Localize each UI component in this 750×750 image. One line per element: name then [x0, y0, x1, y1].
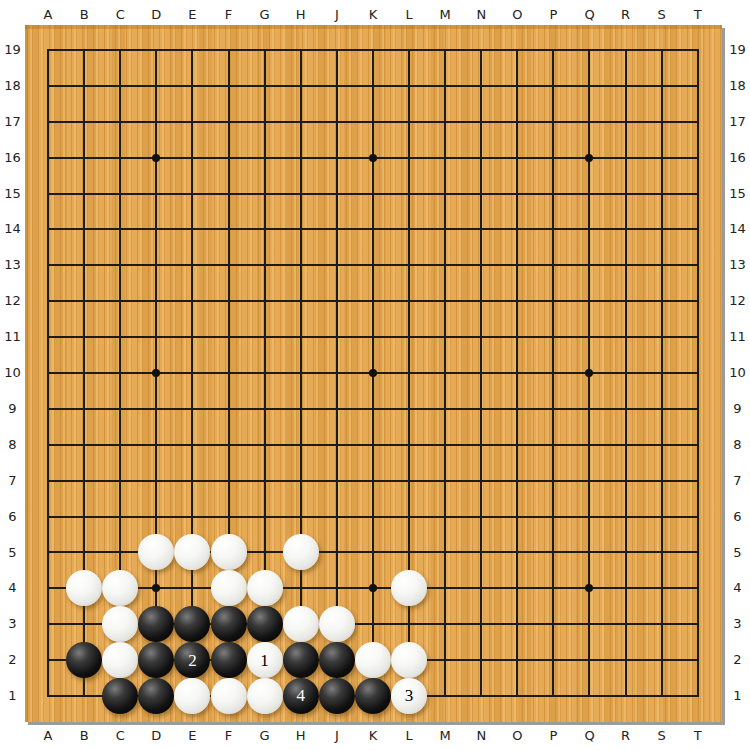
intersection-M13[interactable] [427, 247, 463, 283]
intersection-P12[interactable] [535, 283, 571, 319]
intersection-T18[interactable] [680, 68, 716, 104]
intersection-N10[interactable] [463, 355, 499, 391]
intersection-L4[interactable] [391, 570, 427, 606]
intersection-R14[interactable] [608, 211, 644, 247]
intersection-M15[interactable] [427, 176, 463, 212]
intersection-N1[interactable] [463, 678, 499, 714]
intersection-Q2[interactable] [571, 642, 607, 678]
intersection-P18[interactable] [535, 68, 571, 104]
intersection-M17[interactable] [427, 104, 463, 140]
intersection-C16[interactable] [102, 140, 138, 176]
intersection-G15[interactable] [247, 176, 283, 212]
intersection-A2[interactable] [30, 642, 66, 678]
intersection-K19[interactable] [355, 32, 391, 68]
intersection-R12[interactable] [608, 283, 644, 319]
intersection-C13[interactable] [102, 247, 138, 283]
intersection-L8[interactable] [391, 427, 427, 463]
intersection-D19[interactable] [138, 32, 174, 68]
intersection-T17[interactable] [680, 104, 716, 140]
intersection-Q6[interactable] [571, 499, 607, 535]
intersection-A12[interactable] [30, 283, 66, 319]
intersection-D16[interactable] [138, 140, 174, 176]
intersection-N19[interactable] [463, 32, 499, 68]
intersection-O8[interactable] [499, 427, 535, 463]
intersection-N18[interactable] [463, 68, 499, 104]
intersection-D9[interactable] [138, 391, 174, 427]
intersection-D2[interactable] [138, 642, 174, 678]
intersection-S5[interactable] [644, 534, 680, 570]
intersection-C18[interactable] [102, 68, 138, 104]
intersection-T9[interactable] [680, 391, 716, 427]
intersection-A9[interactable] [30, 391, 66, 427]
intersection-F3[interactable] [210, 606, 246, 642]
intersection-K11[interactable] [355, 319, 391, 355]
intersection-N15[interactable] [463, 176, 499, 212]
intersection-M4[interactable] [427, 570, 463, 606]
intersection-K17[interactable] [355, 104, 391, 140]
intersection-L15[interactable] [391, 176, 427, 212]
intersection-D13[interactable] [138, 247, 174, 283]
intersection-E12[interactable] [174, 283, 210, 319]
intersection-D17[interactable] [138, 104, 174, 140]
intersection-R9[interactable] [608, 391, 644, 427]
intersection-P19[interactable] [535, 32, 571, 68]
intersection-S10[interactable] [644, 355, 680, 391]
intersection-H7[interactable] [283, 463, 319, 499]
intersection-D4[interactable] [138, 570, 174, 606]
intersection-A5[interactable] [30, 534, 66, 570]
intersection-Q12[interactable] [571, 283, 607, 319]
intersection-F19[interactable] [210, 32, 246, 68]
intersection-F10[interactable] [210, 355, 246, 391]
intersection-L3[interactable] [391, 606, 427, 642]
intersection-K6[interactable] [355, 499, 391, 535]
intersection-K3[interactable] [355, 606, 391, 642]
intersection-C15[interactable] [102, 176, 138, 212]
intersection-T2[interactable] [680, 642, 716, 678]
intersection-H14[interactable] [283, 211, 319, 247]
intersection-P4[interactable] [535, 570, 571, 606]
intersection-N16[interactable] [463, 140, 499, 176]
intersection-S11[interactable] [644, 319, 680, 355]
intersection-O5[interactable] [499, 534, 535, 570]
intersection-P1[interactable] [535, 678, 571, 714]
intersection-K10[interactable] [355, 355, 391, 391]
intersection-Q15[interactable] [571, 176, 607, 212]
intersection-B9[interactable] [66, 391, 102, 427]
intersection-D15[interactable] [138, 176, 174, 212]
intersection-S17[interactable] [644, 104, 680, 140]
intersection-R13[interactable] [608, 247, 644, 283]
intersection-D11[interactable] [138, 319, 174, 355]
intersection-R4[interactable] [608, 570, 644, 606]
intersection-E14[interactable] [174, 211, 210, 247]
intersection-C1[interactable] [102, 678, 138, 714]
intersection-D10[interactable] [138, 355, 174, 391]
intersection-C7[interactable] [102, 463, 138, 499]
intersection-C12[interactable] [102, 283, 138, 319]
intersection-O17[interactable] [499, 104, 535, 140]
intersection-S3[interactable] [644, 606, 680, 642]
intersection-P10[interactable] [535, 355, 571, 391]
intersection-E17[interactable] [174, 104, 210, 140]
intersection-G14[interactable] [247, 211, 283, 247]
intersection-J8[interactable] [319, 427, 355, 463]
intersection-H17[interactable] [283, 104, 319, 140]
intersection-L16[interactable] [391, 140, 427, 176]
intersection-S18[interactable] [644, 68, 680, 104]
intersection-N5[interactable] [463, 534, 499, 570]
intersection-K18[interactable] [355, 68, 391, 104]
intersection-G4[interactable] [247, 570, 283, 606]
intersection-G3[interactable] [247, 606, 283, 642]
intersection-B6[interactable] [66, 499, 102, 535]
intersection-B8[interactable] [66, 427, 102, 463]
intersection-J17[interactable] [319, 104, 355, 140]
intersection-K2[interactable] [355, 642, 391, 678]
intersection-P8[interactable] [535, 427, 571, 463]
intersection-H9[interactable] [283, 391, 319, 427]
intersection-N4[interactable] [463, 570, 499, 606]
intersection-K15[interactable] [355, 176, 391, 212]
intersection-K8[interactable] [355, 427, 391, 463]
intersection-G13[interactable] [247, 247, 283, 283]
intersection-Q8[interactable] [571, 427, 607, 463]
intersection-P16[interactable] [535, 140, 571, 176]
intersection-L13[interactable] [391, 247, 427, 283]
intersection-G18[interactable] [247, 68, 283, 104]
intersection-A10[interactable] [30, 355, 66, 391]
intersection-G1[interactable] [247, 678, 283, 714]
intersection-H5[interactable] [283, 534, 319, 570]
intersection-O2[interactable] [499, 642, 535, 678]
intersection-O15[interactable] [499, 176, 535, 212]
intersection-K13[interactable] [355, 247, 391, 283]
intersection-T13[interactable] [680, 247, 716, 283]
intersection-M10[interactable] [427, 355, 463, 391]
intersection-T14[interactable] [680, 211, 716, 247]
intersection-T19[interactable] [680, 32, 716, 68]
intersection-R7[interactable] [608, 463, 644, 499]
intersection-G19[interactable] [247, 32, 283, 68]
intersection-B5[interactable] [66, 534, 102, 570]
intersection-E11[interactable] [174, 319, 210, 355]
intersection-R8[interactable] [608, 427, 644, 463]
intersection-H19[interactable] [283, 32, 319, 68]
intersection-J10[interactable] [319, 355, 355, 391]
intersection-S1[interactable] [644, 678, 680, 714]
intersection-P17[interactable] [535, 104, 571, 140]
intersection-N13[interactable] [463, 247, 499, 283]
intersection-O1[interactable] [499, 678, 535, 714]
intersection-J7[interactable] [319, 463, 355, 499]
intersection-R5[interactable] [608, 534, 644, 570]
intersection-T15[interactable] [680, 176, 716, 212]
intersection-S2[interactable] [644, 642, 680, 678]
intersection-J14[interactable] [319, 211, 355, 247]
intersection-D14[interactable] [138, 211, 174, 247]
intersection-Q14[interactable] [571, 211, 607, 247]
intersection-D3[interactable] [138, 606, 174, 642]
intersection-P3[interactable] [535, 606, 571, 642]
intersection-J2[interactable] [319, 642, 355, 678]
intersection-T12[interactable] [680, 283, 716, 319]
intersection-O14[interactable] [499, 211, 535, 247]
intersection-A16[interactable] [30, 140, 66, 176]
intersection-E3[interactable] [174, 606, 210, 642]
intersection-N6[interactable] [463, 499, 499, 535]
intersection-N9[interactable] [463, 391, 499, 427]
intersection-D5[interactable] [138, 534, 174, 570]
intersection-N8[interactable] [463, 427, 499, 463]
intersection-R11[interactable] [608, 319, 644, 355]
intersection-B17[interactable] [66, 104, 102, 140]
intersection-O6[interactable] [499, 499, 535, 535]
intersection-Q1[interactable] [571, 678, 607, 714]
intersection-H8[interactable] [283, 427, 319, 463]
intersection-E15[interactable] [174, 176, 210, 212]
intersection-P9[interactable] [535, 391, 571, 427]
intersection-F14[interactable] [210, 211, 246, 247]
intersection-R15[interactable] [608, 176, 644, 212]
intersection-F1[interactable] [210, 678, 246, 714]
intersection-Q16[interactable] [571, 140, 607, 176]
intersection-B2[interactable] [66, 642, 102, 678]
intersection-F8[interactable] [210, 427, 246, 463]
intersection-T16[interactable] [680, 140, 716, 176]
intersection-S14[interactable] [644, 211, 680, 247]
intersection-L18[interactable] [391, 68, 427, 104]
intersection-P13[interactable] [535, 247, 571, 283]
intersection-O13[interactable] [499, 247, 535, 283]
intersection-P11[interactable] [535, 319, 571, 355]
intersection-T6[interactable] [680, 499, 716, 535]
intersection-O3[interactable] [499, 606, 535, 642]
intersection-C19[interactable] [102, 32, 138, 68]
intersection-K1[interactable] [355, 678, 391, 714]
intersection-R19[interactable] [608, 32, 644, 68]
intersection-R1[interactable] [608, 678, 644, 714]
intersection-J19[interactable] [319, 32, 355, 68]
intersection-T1[interactable] [680, 678, 716, 714]
intersection-T7[interactable] [680, 463, 716, 499]
intersection-G5[interactable] [247, 534, 283, 570]
intersection-G11[interactable] [247, 319, 283, 355]
intersection-P2[interactable] [535, 642, 571, 678]
intersection-F11[interactable] [210, 319, 246, 355]
intersection-D1[interactable] [138, 678, 174, 714]
intersection-H16[interactable] [283, 140, 319, 176]
intersection-Q4[interactable] [571, 570, 607, 606]
intersection-R6[interactable] [608, 499, 644, 535]
intersection-N7[interactable] [463, 463, 499, 499]
intersection-L5[interactable] [391, 534, 427, 570]
intersection-M2[interactable] [427, 642, 463, 678]
intersection-S6[interactable] [644, 499, 680, 535]
intersection-L9[interactable] [391, 391, 427, 427]
intersection-F18[interactable] [210, 68, 246, 104]
intersection-M9[interactable] [427, 391, 463, 427]
intersection-S4[interactable] [644, 570, 680, 606]
intersection-H3[interactable] [283, 606, 319, 642]
intersection-K16[interactable] [355, 140, 391, 176]
intersection-E8[interactable] [174, 427, 210, 463]
intersection-S19[interactable] [644, 32, 680, 68]
intersection-O19[interactable] [499, 32, 535, 68]
intersection-L14[interactable] [391, 211, 427, 247]
intersection-S15[interactable] [644, 176, 680, 212]
intersection-G10[interactable] [247, 355, 283, 391]
intersection-G8[interactable] [247, 427, 283, 463]
intersection-Q17[interactable] [571, 104, 607, 140]
intersection-E4[interactable] [174, 570, 210, 606]
intersection-B12[interactable] [66, 283, 102, 319]
intersection-F15[interactable] [210, 176, 246, 212]
intersection-R17[interactable] [608, 104, 644, 140]
intersection-A11[interactable] [30, 319, 66, 355]
intersection-Q19[interactable] [571, 32, 607, 68]
intersection-D7[interactable] [138, 463, 174, 499]
intersection-G16[interactable] [247, 140, 283, 176]
intersection-K5[interactable] [355, 534, 391, 570]
intersection-H18[interactable] [283, 68, 319, 104]
intersection-Q5[interactable] [571, 534, 607, 570]
intersection-B7[interactable] [66, 463, 102, 499]
intersection-S7[interactable] [644, 463, 680, 499]
intersection-E16[interactable] [174, 140, 210, 176]
intersection-L7[interactable] [391, 463, 427, 499]
intersection-B19[interactable] [66, 32, 102, 68]
intersection-N3[interactable] [463, 606, 499, 642]
intersection-C11[interactable] [102, 319, 138, 355]
intersection-M5[interactable] [427, 534, 463, 570]
intersection-A13[interactable] [30, 247, 66, 283]
intersection-J3[interactable] [319, 606, 355, 642]
intersection-C4[interactable] [102, 570, 138, 606]
intersection-O10[interactable] [499, 355, 535, 391]
intersection-O12[interactable] [499, 283, 535, 319]
intersection-N11[interactable] [463, 319, 499, 355]
intersection-T4[interactable] [680, 570, 716, 606]
intersection-L17[interactable] [391, 104, 427, 140]
intersection-J9[interactable] [319, 391, 355, 427]
intersection-B10[interactable] [66, 355, 102, 391]
intersection-L2[interactable] [391, 642, 427, 678]
intersection-J12[interactable] [319, 283, 355, 319]
intersection-Q3[interactable] [571, 606, 607, 642]
intersection-M12[interactable] [427, 283, 463, 319]
intersection-J4[interactable] [319, 570, 355, 606]
intersection-A18[interactable] [30, 68, 66, 104]
intersection-G2[interactable]: 1 [247, 642, 283, 678]
intersection-G7[interactable] [247, 463, 283, 499]
intersection-D8[interactable] [138, 427, 174, 463]
intersection-B14[interactable] [66, 211, 102, 247]
intersection-N12[interactable] [463, 283, 499, 319]
intersection-F6[interactable] [210, 499, 246, 535]
intersection-H2[interactable] [283, 642, 319, 678]
intersection-B13[interactable] [66, 247, 102, 283]
intersection-R16[interactable] [608, 140, 644, 176]
intersection-E5[interactable] [174, 534, 210, 570]
intersection-G17[interactable] [247, 104, 283, 140]
intersection-B18[interactable] [66, 68, 102, 104]
intersection-K12[interactable] [355, 283, 391, 319]
intersection-O16[interactable] [499, 140, 535, 176]
intersection-O18[interactable] [499, 68, 535, 104]
intersection-A19[interactable] [30, 32, 66, 68]
intersection-C6[interactable] [102, 499, 138, 535]
intersection-B1[interactable] [66, 678, 102, 714]
intersection-D18[interactable] [138, 68, 174, 104]
intersection-A8[interactable] [30, 427, 66, 463]
intersection-Q10[interactable] [571, 355, 607, 391]
intersection-L11[interactable] [391, 319, 427, 355]
intersection-K9[interactable] [355, 391, 391, 427]
intersection-O7[interactable] [499, 463, 535, 499]
intersection-A6[interactable] [30, 499, 66, 535]
intersection-E18[interactable] [174, 68, 210, 104]
intersection-C2[interactable] [102, 642, 138, 678]
intersection-H11[interactable] [283, 319, 319, 355]
intersection-M8[interactable] [427, 427, 463, 463]
intersection-L6[interactable] [391, 499, 427, 535]
intersection-S8[interactable] [644, 427, 680, 463]
intersection-F13[interactable] [210, 247, 246, 283]
intersection-F17[interactable] [210, 104, 246, 140]
intersection-B11[interactable] [66, 319, 102, 355]
intersection-D6[interactable] [138, 499, 174, 535]
intersection-N2[interactable] [463, 642, 499, 678]
intersection-E9[interactable] [174, 391, 210, 427]
intersection-T10[interactable] [680, 355, 716, 391]
intersection-G6[interactable] [247, 499, 283, 535]
intersection-C14[interactable] [102, 211, 138, 247]
intersection-R10[interactable] [608, 355, 644, 391]
intersection-B3[interactable] [66, 606, 102, 642]
intersection-C17[interactable] [102, 104, 138, 140]
intersection-J1[interactable] [319, 678, 355, 714]
intersection-P15[interactable] [535, 176, 571, 212]
intersection-C8[interactable] [102, 427, 138, 463]
intersection-P7[interactable] [535, 463, 571, 499]
intersection-Q9[interactable] [571, 391, 607, 427]
intersection-H1[interactable]: 4 [283, 678, 319, 714]
intersection-S13[interactable] [644, 247, 680, 283]
intersection-M6[interactable] [427, 499, 463, 535]
intersection-R2[interactable] [608, 642, 644, 678]
intersection-Q18[interactable] [571, 68, 607, 104]
intersection-J13[interactable] [319, 247, 355, 283]
intersection-H15[interactable] [283, 176, 319, 212]
intersection-O4[interactable] [499, 570, 535, 606]
intersection-K7[interactable] [355, 463, 391, 499]
intersection-C9[interactable] [102, 391, 138, 427]
intersection-J11[interactable] [319, 319, 355, 355]
intersection-P6[interactable] [535, 499, 571, 535]
intersection-F2[interactable] [210, 642, 246, 678]
intersection-N17[interactable] [463, 104, 499, 140]
intersection-T8[interactable] [680, 427, 716, 463]
intersection-B15[interactable] [66, 176, 102, 212]
intersection-O11[interactable] [499, 319, 535, 355]
intersection-L19[interactable] [391, 32, 427, 68]
intersection-D12[interactable] [138, 283, 174, 319]
intersection-A14[interactable] [30, 211, 66, 247]
intersection-M11[interactable] [427, 319, 463, 355]
intersection-R18[interactable] [608, 68, 644, 104]
intersection-G9[interactable] [247, 391, 283, 427]
